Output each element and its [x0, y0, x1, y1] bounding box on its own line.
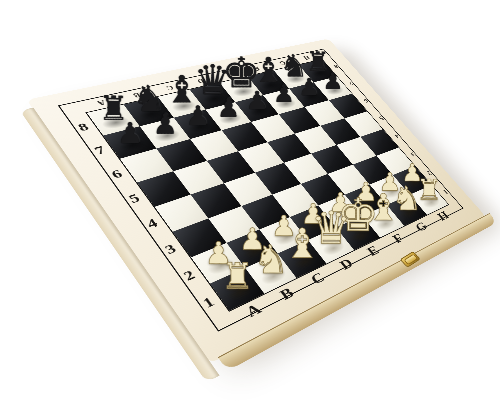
brass-clasp[interactable]: [400, 251, 421, 268]
piece-glyph: ♟: [217, 95, 241, 121]
chess-board: ♜♞♝♛♚♝♞♜♟♟♟♟♟♟♟♟♟♟♟♟♟♟♟♟♜♞♝♛♚♝♞♜ AABBCCD…: [48, 45, 470, 340]
piece-glyph: ♟: [322, 70, 343, 93]
product-photo-scene: ♜♞♝♛♚♝♞♜♟♟♟♟♟♟♟♟♟♟♟♟♟♟♟♟♜♞♝♛♚♝♞♜ AABBCCD…: [0, 0, 500, 419]
piece-glyph: ♜: [221, 259, 254, 296]
piece-glyph: ♞: [253, 239, 290, 279]
piece-glyph: ♟: [152, 110, 178, 138]
piece-glyph: ♟: [273, 82, 295, 107]
piece-glyph: ♟: [298, 75, 320, 99]
piece-glyph: ♟: [186, 102, 211, 129]
piece-glyph: ♟: [117, 119, 144, 148]
piece-glyph: ♟: [245, 88, 268, 113]
